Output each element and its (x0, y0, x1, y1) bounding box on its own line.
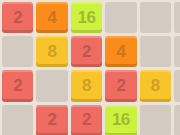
empty-cell (2, 105, 33, 135)
tile-16: 16 (71, 2, 102, 33)
tile-2: 2 (71, 36, 102, 67)
empty-cell (140, 2, 171, 33)
tile-16: 16 (105, 105, 136, 135)
tile-8: 8 (36, 36, 67, 67)
empty-cell (174, 2, 180, 33)
empty-cell (140, 105, 171, 135)
tile-4: 4 (105, 36, 136, 67)
tile-2: 2 (105, 70, 136, 101)
tile-4: 4 (36, 2, 67, 33)
tile-8: 8 (140, 70, 171, 101)
empty-cell (36, 70, 67, 101)
empty-cell (174, 70, 180, 101)
game-board[interactable]: 241682428282216 (0, 0, 180, 135)
tile-2: 2 (2, 2, 33, 33)
empty-cell (174, 36, 180, 67)
empty-cell (105, 2, 136, 33)
empty-cell (174, 105, 180, 135)
tile-2: 2 (36, 105, 67, 135)
tile-2: 2 (71, 105, 102, 135)
empty-cell (140, 36, 171, 67)
empty-cell (2, 36, 33, 67)
tile-2: 2 (2, 70, 33, 101)
tile-8: 8 (71, 70, 102, 101)
